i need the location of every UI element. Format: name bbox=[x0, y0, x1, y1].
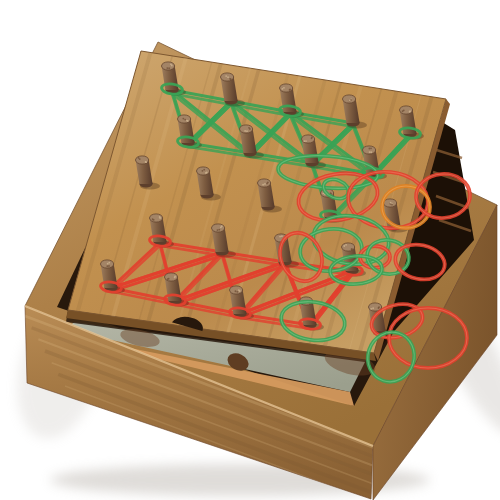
geoboard-scene bbox=[0, 0, 500, 500]
product-photo-geoboard-puzzle bbox=[0, 0, 500, 500]
